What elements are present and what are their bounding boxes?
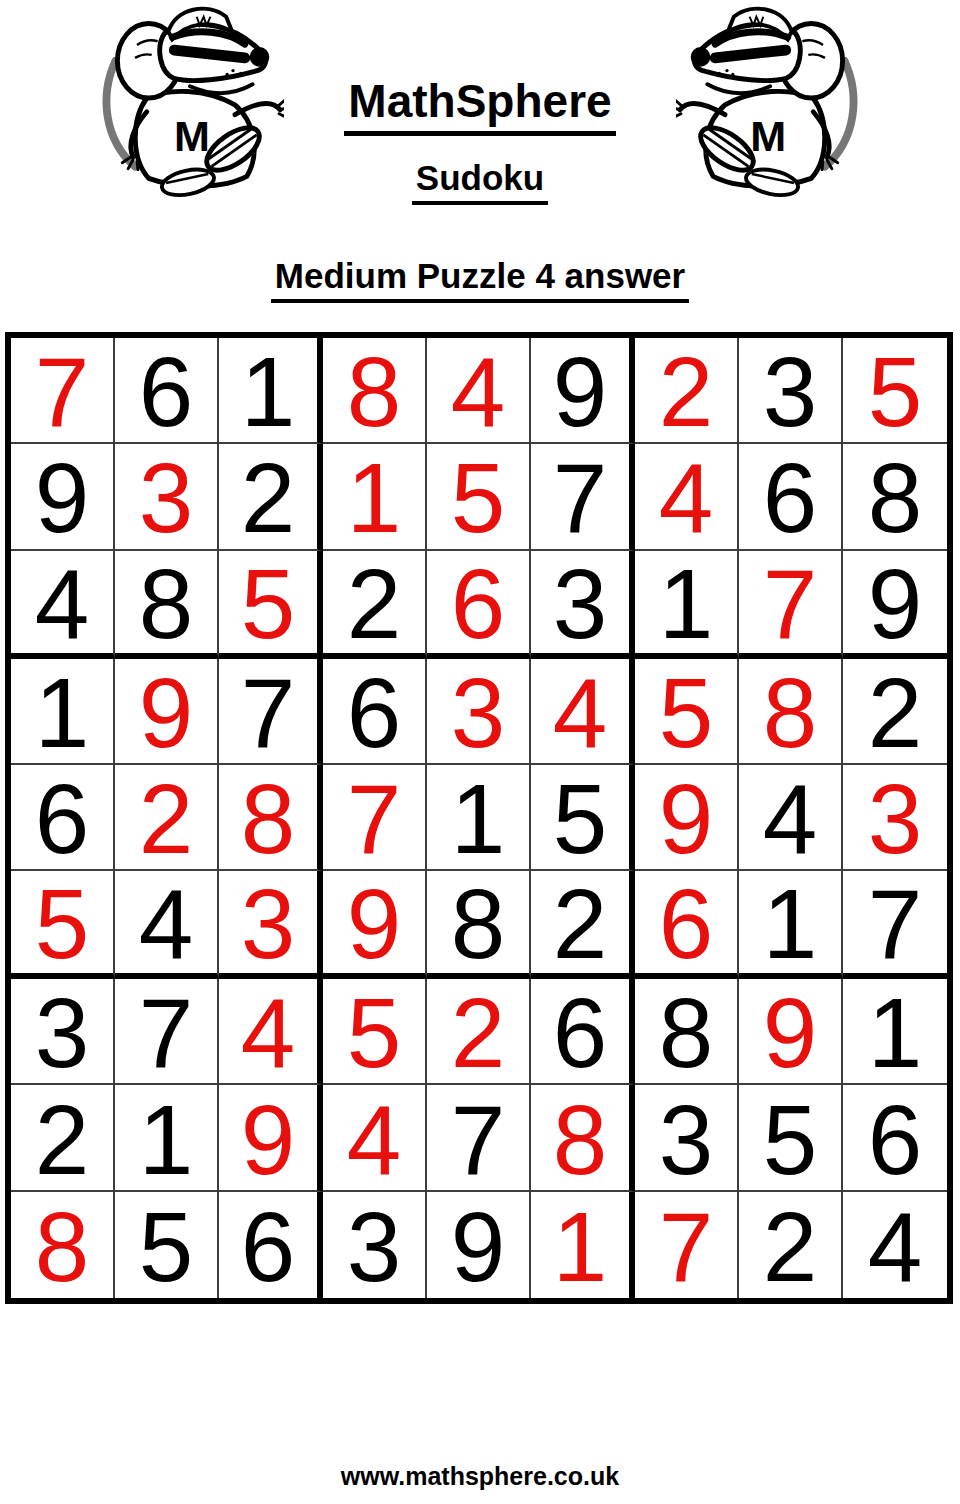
footer-url-link[interactable]: www.mathsphere.co.uk (341, 1462, 619, 1490)
cell-r9c7: 7 (635, 1192, 739, 1298)
cell-r3c3: 5 (219, 551, 323, 659)
cell-r1c7: 2 (635, 338, 739, 444)
cell-r7c2: 7 (115, 979, 219, 1085)
cell-r9c9: 4 (843, 1192, 947, 1298)
cell-r4c7: 5 (635, 659, 739, 765)
cell-r1c2: 6 (115, 338, 219, 444)
cell-r9c3: 6 (219, 1192, 323, 1298)
cell-r1c9: 5 (843, 338, 947, 444)
cell-r4c2: 9 (115, 659, 219, 765)
cell-r6c5: 8 (427, 871, 531, 979)
puzzle-label: Medium Puzzle 4 answer (0, 256, 960, 303)
cell-r2c2: 3 (115, 444, 219, 550)
cell-r1c1: 7 (11, 338, 115, 444)
cell-r3c8: 7 (739, 551, 843, 659)
cell-r2c1: 9 (11, 444, 115, 550)
cell-r5c6: 5 (531, 765, 635, 871)
cell-r3c5: 6 (427, 551, 531, 659)
cell-r6c7: 6 (635, 871, 739, 979)
cell-r7c7: 8 (635, 979, 739, 1085)
cell-r6c4: 9 (323, 871, 427, 979)
cell-r5c3: 8 (219, 765, 323, 871)
cell-r1c5: 4 (427, 338, 531, 444)
sudoku-grid: 7618492359321574684852631791976345826287… (5, 332, 953, 1304)
cell-r8c5: 7 (427, 1085, 531, 1191)
cell-r5c9: 3 (843, 765, 947, 871)
cell-r7c3: 4 (219, 979, 323, 1085)
cell-r6c9: 7 (843, 871, 947, 979)
cell-r4c3: 7 (219, 659, 323, 765)
cell-r7c9: 1 (843, 979, 947, 1085)
cell-r5c2: 2 (115, 765, 219, 871)
cell-r2c5: 5 (427, 444, 531, 550)
cell-r8c2: 1 (115, 1085, 219, 1191)
cell-r5c5: 1 (427, 765, 531, 871)
cell-r6c6: 2 (531, 871, 635, 979)
cell-r3c6: 3 (531, 551, 635, 659)
cell-r5c1: 6 (11, 765, 115, 871)
page-subtitle: Sudoku (0, 158, 960, 205)
cell-r6c3: 3 (219, 871, 323, 979)
cell-r8c7: 3 (635, 1085, 739, 1191)
cell-r7c8: 9 (739, 979, 843, 1085)
cell-r2c6: 7 (531, 444, 635, 550)
cell-r4c5: 3 (427, 659, 531, 765)
cell-r7c1: 3 (11, 979, 115, 1085)
page-title-text: MathSphere (344, 74, 615, 136)
cell-r7c5: 2 (427, 979, 531, 1085)
cell-r4c4: 6 (323, 659, 427, 765)
cell-r9c1: 8 (11, 1192, 115, 1298)
cell-r9c5: 9 (427, 1192, 531, 1298)
cell-r2c8: 6 (739, 444, 843, 550)
cell-r9c8: 2 (739, 1192, 843, 1298)
cell-r6c2: 4 (115, 871, 219, 979)
footer: www.mathsphere.co.uk (0, 1462, 960, 1491)
cell-r8c3: 9 (219, 1085, 323, 1191)
cell-r1c3: 1 (219, 338, 323, 444)
cell-r5c4: 7 (323, 765, 427, 871)
cell-r4c1: 1 (11, 659, 115, 765)
page-title: MathSphere (0, 74, 960, 136)
cell-r8c6: 8 (531, 1085, 635, 1191)
page-subtitle-text: Sudoku (412, 158, 548, 205)
cell-r3c7: 1 (635, 551, 739, 659)
cell-r2c9: 8 (843, 444, 947, 550)
cell-r1c4: 8 (323, 338, 427, 444)
cell-r4c8: 8 (739, 659, 843, 765)
cell-r3c4: 2 (323, 551, 427, 659)
cell-r6c8: 1 (739, 871, 843, 979)
cell-r2c3: 2 (219, 444, 323, 550)
cell-r8c4: 4 (323, 1085, 427, 1191)
cell-r5c8: 4 (739, 765, 843, 871)
cell-r1c6: 9 (531, 338, 635, 444)
cell-r3c9: 9 (843, 551, 947, 659)
cell-r1c8: 3 (739, 338, 843, 444)
cell-r7c4: 5 (323, 979, 427, 1085)
cell-r8c1: 2 (11, 1085, 115, 1191)
cell-r2c4: 1 (323, 444, 427, 550)
cell-r5c7: 9 (635, 765, 739, 871)
cell-r9c6: 1 (531, 1192, 635, 1298)
cell-r8c8: 5 (739, 1085, 843, 1191)
cell-r9c4: 3 (323, 1192, 427, 1298)
cell-r3c2: 8 (115, 551, 219, 659)
cell-r4c9: 2 (843, 659, 947, 765)
puzzle-label-text: Medium Puzzle 4 answer (271, 256, 689, 303)
cell-r2c7: 4 (635, 444, 739, 550)
cell-r7c6: 6 (531, 979, 635, 1085)
cell-r8c9: 6 (843, 1085, 947, 1191)
cell-r6c1: 5 (11, 871, 115, 979)
cell-r4c6: 4 (531, 659, 635, 765)
cell-r9c2: 5 (115, 1192, 219, 1298)
cell-r3c1: 4 (11, 551, 115, 659)
